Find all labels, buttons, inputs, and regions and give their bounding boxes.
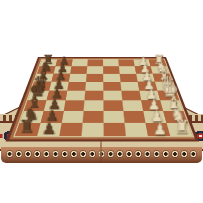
white-knight: ♞ <box>169 106 184 123</box>
square-h6 <box>59 123 82 136</box>
square-a8: ♜ <box>39 59 57 66</box>
square-h4 <box>103 123 125 136</box>
square-b1: ♞ <box>150 66 169 73</box>
square-g2: ♟ <box>143 111 166 123</box>
square-g5 <box>82 111 103 123</box>
square-f7: ♟ <box>43 100 65 111</box>
white-king: ♚ <box>161 81 178 100</box>
square-f8: ♝ <box>23 100 46 111</box>
square-b7: ♟ <box>53 66 71 73</box>
square-c6 <box>68 74 86 82</box>
black-rook: ♜ <box>41 54 52 67</box>
square-h1: ♜ <box>166 123 192 136</box>
square-e7: ♟ <box>46 91 67 101</box>
white-queen: ♛ <box>158 74 173 91</box>
square-c7: ♟ <box>51 74 70 82</box>
square-d4 <box>103 82 121 91</box>
board-scene: ♜♟♟♜♞♟♟♞♝♟♟♝♛♟♟♛♚♟♟♚♝♟♟♝♞♟♟♞♜♟♟♜ <box>0 0 203 203</box>
square-a4 <box>103 59 119 66</box>
black-queen: ♛ <box>32 74 47 91</box>
square-g6 <box>61 111 83 123</box>
square-c1: ♝ <box>152 74 172 82</box>
black-knight: ♞ <box>22 106 37 123</box>
square-e5 <box>84 91 103 101</box>
square-a5 <box>87 59 103 66</box>
black-rook: ♜ <box>17 118 33 136</box>
square-d7: ♟ <box>49 82 69 91</box>
square-f5 <box>83 100 103 111</box>
square-c5 <box>85 74 102 82</box>
square-h2: ♟ <box>145 123 170 136</box>
square-b2: ♟ <box>134 66 152 73</box>
square-f2: ♟ <box>141 100 163 111</box>
square-c8: ♝ <box>34 74 53 82</box>
square-d5 <box>85 82 103 91</box>
square-g1: ♞ <box>163 111 187 123</box>
square-c2: ♟ <box>136 74 155 82</box>
square-c3 <box>119 74 137 82</box>
white-rook: ♜ <box>173 118 189 136</box>
square-e3 <box>121 91 141 101</box>
square-d3 <box>120 82 139 91</box>
square-a6 <box>71 59 87 66</box>
square-f6 <box>63 100 84 111</box>
square-b3 <box>118 66 135 73</box>
square-g4 <box>103 111 124 123</box>
square-a2: ♟ <box>133 59 150 66</box>
square-e2: ♟ <box>139 91 160 101</box>
square-e1: ♚ <box>157 91 179 101</box>
square-e4 <box>103 91 122 101</box>
white-pawn: ♟ <box>137 55 147 66</box>
square-f1: ♝ <box>160 100 183 111</box>
white-pawn: ♟ <box>149 108 162 123</box>
square-d6 <box>67 82 86 91</box>
square-e6 <box>65 91 85 101</box>
square-a1: ♜ <box>148 59 166 66</box>
square-d8: ♛ <box>30 82 50 91</box>
square-d1: ♛ <box>154 82 175 91</box>
square-g7: ♟ <box>40 111 63 123</box>
square-a3 <box>118 59 135 66</box>
square-f4 <box>103 100 123 111</box>
white-pawn: ♟ <box>151 121 165 137</box>
black-pawn: ♟ <box>41 121 55 137</box>
square-g8: ♞ <box>19 111 43 123</box>
square-e8: ♚ <box>27 91 49 101</box>
black-pawn: ♟ <box>44 108 57 123</box>
square-h5 <box>81 123 103 136</box>
white-rook: ♜ <box>152 54 163 67</box>
square-h3 <box>124 123 147 136</box>
square-f3 <box>122 100 143 111</box>
square-b5 <box>86 66 103 73</box>
square-g3 <box>123 111 145 123</box>
square-h8: ♜ <box>14 123 40 136</box>
square-b8: ♞ <box>37 66 55 73</box>
square-d2: ♟ <box>137 82 157 91</box>
square-b4 <box>103 66 120 73</box>
chessboard: ♜♟♟♜♞♟♟♞♝♟♟♝♛♟♟♛♚♟♟♚♝♟♟♝♞♟♟♞♜♟♟♜ <box>12 59 193 137</box>
black-king: ♚ <box>28 81 45 100</box>
square-c4 <box>103 74 120 82</box>
chess-set-photo: ♜♟♟♜♞♟♟♞♝♟♟♝♛♟♟♛♚♟♟♚♝♟♟♝♞♟♟♞♜♟♟♜ <box>0 0 203 203</box>
square-b6 <box>70 66 87 73</box>
board-top: ♜♟♟♜♞♟♟♞♝♟♟♝♛♟♟♛♚♟♟♚♝♟♟♝♞♟♟♞♜♟♟♜ <box>5 57 199 142</box>
black-pawn: ♟ <box>58 55 68 66</box>
square-h7: ♟ <box>36 123 60 136</box>
square-a7: ♟ <box>55 59 72 66</box>
